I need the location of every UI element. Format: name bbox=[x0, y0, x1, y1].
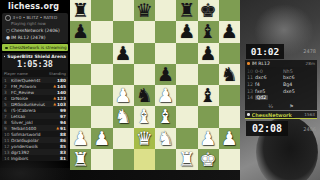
standings-rank: 5 bbox=[4, 102, 11, 107]
standings-row[interactable]: 6(S-)Cabrera99 bbox=[2, 107, 68, 113]
piece-white-p-e4[interactable]: ♟ bbox=[157, 86, 174, 105]
square-a4[interactable] bbox=[70, 85, 91, 106]
square-a7[interactable]: ♟ bbox=[70, 21, 91, 42]
piece-black-n-h5[interactable]: ♞ bbox=[221, 65, 238, 84]
square-c2[interactable] bbox=[113, 128, 134, 149]
move-white[interactable]: 0-0 bbox=[255, 69, 283, 74]
square-g7[interactable]: ♝ bbox=[198, 21, 219, 42]
standings-score: 81 bbox=[60, 156, 66, 161]
game-status-label: Playing right now bbox=[11, 21, 65, 26]
square-d2[interactable]: ♛ bbox=[134, 128, 155, 149]
standings-rank: 2 bbox=[4, 84, 11, 89]
standings-player-name: Silver_jokl bbox=[11, 120, 60, 125]
standings-player-name: dgr1392 bbox=[11, 150, 60, 155]
bottom-player-rating: 2406 bbox=[292, 126, 316, 132]
square-e4[interactable]: ♟ bbox=[155, 85, 176, 106]
square-d6[interactable] bbox=[134, 43, 155, 64]
standings-player-name: DrNoise bbox=[11, 96, 53, 101]
white-player-label: ChessNetwork (2406) bbox=[11, 28, 60, 33]
standings-row[interactable]: 14Ingibors81 bbox=[2, 155, 68, 161]
standings-rank: 11 bbox=[4, 138, 11, 143]
square-h3[interactable] bbox=[219, 106, 240, 127]
move-number: 14 bbox=[245, 95, 255, 100]
square-a1[interactable]: ♜ bbox=[70, 149, 91, 170]
standings-row[interactable]: 2FM_Potworx▲145 bbox=[2, 83, 68, 89]
square-e7[interactable] bbox=[155, 21, 176, 42]
piece-white-p-b2[interactable]: ♟ bbox=[93, 129, 110, 148]
move-row: 13fxe5dxe5 bbox=[245, 88, 317, 95]
standings-header-score: Standing bbox=[49, 71, 66, 76]
square-d1[interactable] bbox=[134, 149, 155, 170]
move-number: 13 bbox=[245, 89, 255, 94]
top-player-bar[interactable]: IM RL12 28m bbox=[245, 60, 317, 67]
standings-score: 123 bbox=[57, 96, 66, 101]
square-f8[interactable]: ♜ bbox=[176, 0, 197, 21]
square-g6[interactable]: ♟ bbox=[198, 43, 219, 64]
standings-score: 91 bbox=[60, 126, 66, 131]
piece-white-n-c3[interactable]: ♞ bbox=[115, 107, 132, 126]
square-a8[interactable]: ♜ bbox=[70, 0, 91, 21]
standings-row[interactable]: 4DrNoise▲123 bbox=[2, 95, 68, 101]
chess-board[interactable]: ♜♛♜♚♟♟♝♟♟♟♟♞♟♞♟♝♞♝♝♟♟♛♞♟♟♜♜♚ bbox=[70, 0, 240, 170]
standings-row[interactable]: 3FC_Review140 bbox=[2, 89, 68, 95]
square-b1[interactable] bbox=[91, 149, 112, 170]
bottom-player-bar[interactable]: ChessNetwork 1563 bbox=[245, 111, 317, 119]
standings-row[interactable]: 12yonderswolk85 bbox=[2, 143, 68, 149]
square-d3[interactable]: ♝ bbox=[134, 106, 155, 127]
square-e6[interactable] bbox=[155, 43, 176, 64]
square-f6[interactable] bbox=[176, 43, 197, 64]
standings-score: 85 bbox=[60, 144, 66, 149]
piece-black-b-g7[interactable]: ♝ bbox=[200, 22, 217, 41]
streak-flame-icon: ▲ bbox=[53, 84, 56, 88]
square-h7[interactable]: ♟ bbox=[219, 21, 240, 42]
square-c1[interactable] bbox=[113, 149, 134, 170]
standings-player-name: Terban1400 bbox=[11, 126, 56, 131]
standings-header: Player name Standing bbox=[2, 70, 68, 77]
square-h2[interactable]: ♟ bbox=[219, 128, 240, 149]
square-g4[interactable]: ♝ bbox=[198, 85, 219, 106]
square-c3[interactable]: ♞ bbox=[113, 106, 134, 127]
piece-white-p-a2[interactable]: ♟ bbox=[72, 129, 89, 148]
standings-row[interactable]: 8Silver_jokl94 bbox=[2, 119, 68, 125]
piece-black-p-a7[interactable]: ♟ bbox=[72, 22, 89, 41]
standings-rank: 6 bbox=[4, 108, 11, 113]
piece-black-b-g4[interactable]: ♝ bbox=[200, 86, 217, 105]
top-player-meta: 28m bbox=[306, 61, 315, 66]
square-b6[interactable] bbox=[91, 43, 112, 64]
move-black[interactable]: dxe5 bbox=[283, 89, 317, 94]
square-f3[interactable] bbox=[176, 106, 197, 127]
move-white[interactable]: fxe5 bbox=[255, 89, 283, 94]
standings-player-name: yonderswolk bbox=[11, 144, 60, 149]
piece-black-p-h7[interactable]: ♟ bbox=[221, 22, 238, 41]
top-player-dot-icon bbox=[247, 62, 250, 65]
piece-black-p-c6[interactable]: ♟ bbox=[115, 44, 132, 63]
time-control-clock-icon bbox=[5, 15, 11, 21]
bottom-player-name: ChessNetwork bbox=[252, 112, 305, 118]
standings-player-name: Ingibors bbox=[11, 156, 60, 161]
black-player-link[interactable]: ●IM RL12 (2478) bbox=[5, 35, 65, 42]
last-move-highlight: Qd2 bbox=[255, 95, 268, 100]
square-e8[interactable] bbox=[155, 0, 176, 21]
standings-rank: 12 bbox=[4, 144, 11, 149]
standings-score: 99 bbox=[60, 108, 66, 113]
standings-body: 1KillerQueen4t1802FM_Potworx▲1453FC_Revi… bbox=[2, 77, 68, 161]
piece-black-k-g8[interactable]: ♚ bbox=[200, 1, 217, 20]
square-c5[interactable] bbox=[113, 64, 134, 85]
move-number: 12 bbox=[245, 82, 255, 87]
square-c7[interactable] bbox=[113, 21, 134, 42]
standings-rank: 14 bbox=[4, 156, 11, 161]
move-row: 11dxc6bxc6 bbox=[245, 75, 317, 82]
square-e3[interactable]: ♝ bbox=[155, 106, 176, 127]
square-a3[interactable] bbox=[70, 106, 91, 127]
square-g2[interactable]: ♟ bbox=[198, 128, 219, 149]
standings-score: 88 bbox=[60, 132, 66, 137]
standings-header-player: Player name bbox=[4, 71, 28, 76]
square-d8[interactable]: ♛ bbox=[134, 0, 155, 21]
piece-white-r-f1[interactable]: ♜ bbox=[178, 150, 195, 169]
standings-player-name: (S-)Cabrera bbox=[11, 108, 60, 113]
square-h5[interactable]: ♞ bbox=[219, 64, 240, 85]
streak-flame-icon: ▲ bbox=[53, 96, 56, 100]
square-a5[interactable] bbox=[70, 64, 91, 85]
standings-row[interactable]: 10Sofmarsworld88 bbox=[2, 131, 68, 137]
square-h1[interactable] bbox=[219, 149, 240, 170]
square-b2[interactable]: ♟ bbox=[91, 128, 112, 149]
standings-rank: 13 bbox=[4, 150, 11, 155]
square-d5[interactable] bbox=[134, 64, 155, 85]
piece-white-p-c4[interactable]: ♟ bbox=[115, 86, 132, 105]
piece-black-r-f8[interactable]: ♜ bbox=[178, 1, 195, 20]
standings-table: Player name Standing 1KillerQueen4t1802F… bbox=[2, 70, 68, 161]
square-d4[interactable]: ♞ bbox=[134, 85, 155, 106]
standings-player-name: Sofmarsworld bbox=[11, 132, 60, 137]
standings-player-name: OranGupolar bbox=[11, 138, 60, 143]
resign-flag-icon[interactable]: ⚑ bbox=[289, 103, 293, 109]
move-row: 100-0Nh5 bbox=[245, 68, 317, 75]
streak-flame-icon: ▲ bbox=[53, 102, 56, 106]
standings-player-name: Letsao bbox=[11, 114, 60, 119]
piece-black-r-a8[interactable]: ♜ bbox=[72, 1, 89, 20]
square-h8[interactable] bbox=[219, 0, 240, 21]
bottom-player-meta: 1563 bbox=[304, 112, 315, 117]
move-row: 14Qd2 bbox=[245, 94, 317, 101]
game-controls: ½ ⚑ bbox=[245, 102, 317, 110]
square-d7[interactable] bbox=[134, 21, 155, 42]
move-number: 10 bbox=[245, 69, 255, 74]
standings-player-name: KillerQueen4t bbox=[11, 78, 57, 83]
square-f2[interactable] bbox=[176, 128, 197, 149]
standings-score: 83 bbox=[60, 150, 66, 155]
standings-row[interactable]: 13dgr139283 bbox=[2, 149, 68, 155]
square-e5[interactable]: ♟ bbox=[155, 64, 176, 85]
square-g8[interactable]: ♚ bbox=[198, 0, 219, 21]
move-row: 12f4Bg4 bbox=[245, 81, 317, 88]
piece-white-n-e2[interactable]: ♞ bbox=[157, 129, 174, 148]
square-b3[interactable] bbox=[91, 106, 112, 127]
square-c8[interactable] bbox=[113, 0, 134, 21]
move-black[interactable]: bxc6 bbox=[283, 75, 317, 80]
square-e2[interactable]: ♞ bbox=[155, 128, 176, 149]
draw-offer-icon[interactable]: ½ bbox=[268, 103, 273, 109]
piece-white-r-a1[interactable]: ♜ bbox=[72, 150, 89, 169]
square-g1[interactable]: ♚ bbox=[198, 149, 219, 170]
standings-rank: 4 bbox=[4, 96, 11, 101]
standings-score: 94 bbox=[60, 120, 66, 125]
standings-score: 97 bbox=[60, 114, 66, 119]
time-control-label: 3+0 • BLITZ • RATED bbox=[13, 15, 58, 20]
bottom-player-clock: 02:08 bbox=[246, 121, 288, 136]
streaming-banner-label: ChessNetwork is streaming bbox=[10, 45, 67, 50]
piece-white-b-e3[interactable]: ♝ bbox=[157, 107, 174, 126]
square-b7[interactable] bbox=[91, 21, 112, 42]
move-list: 100-0Nh511dxc6bxc612f4Bg413fxe5dxe514Qd2 bbox=[245, 67, 317, 102]
standings-rank: 7 bbox=[4, 114, 11, 119]
standings-rank: 10 bbox=[4, 132, 11, 137]
square-a2[interactable]: ♟ bbox=[70, 128, 91, 149]
square-h6[interactable] bbox=[219, 43, 240, 64]
standings-row[interactable]: 7Letsao97 bbox=[2, 113, 68, 119]
live-dot-icon bbox=[5, 47, 8, 50]
square-g3[interactable] bbox=[198, 106, 219, 127]
move-black[interactable]: Nh5 bbox=[283, 69, 317, 74]
standings-rank: 8 bbox=[4, 120, 11, 125]
piece-white-p-h2[interactable]: ♟ bbox=[221, 129, 238, 148]
piece-black-p-g6[interactable]: ♟ bbox=[200, 44, 217, 63]
black-player-label: IM RL12 (2478) bbox=[11, 35, 45, 40]
game-info-box: 3+0 • BLITZ • RATED Playing right now ○C… bbox=[2, 13, 68, 43]
square-h4[interactable] bbox=[219, 85, 240, 106]
move-white[interactable]: dxc6 bbox=[255, 75, 283, 80]
standings-rank: 9 bbox=[4, 126, 11, 131]
standings-score: 103 bbox=[57, 102, 66, 107]
standings-score: 86 bbox=[60, 138, 66, 143]
streak-flame-icon: ▲ bbox=[56, 126, 59, 130]
standings-player-name: FC_Review bbox=[11, 90, 57, 95]
square-f4[interactable] bbox=[176, 85, 197, 106]
move-black[interactable]: Bg4 bbox=[283, 82, 317, 87]
standings-score: 180 bbox=[57, 78, 66, 83]
piece-white-p-g2[interactable]: ♟ bbox=[200, 129, 217, 148]
piece-black-p-f7[interactable]: ♟ bbox=[178, 22, 195, 41]
square-c4[interactable]: ♟ bbox=[113, 85, 134, 106]
lichess-logo[interactable]: lichess.org bbox=[8, 2, 59, 11]
square-g5[interactable] bbox=[198, 64, 219, 85]
standings-rank: 3 bbox=[4, 90, 11, 95]
top-player-clock: 01:02 bbox=[246, 44, 284, 59]
square-a6[interactable] bbox=[70, 43, 91, 64]
move-white[interactable]: f4 bbox=[255, 82, 283, 87]
piece-white-k-g1[interactable]: ♚ bbox=[200, 150, 217, 169]
move-white[interactable]: Qd2 bbox=[255, 95, 283, 100]
standings-score: 145 bbox=[57, 84, 66, 89]
top-player-rating: 2478 bbox=[288, 48, 316, 54]
piece-black-q-d8[interactable]: ♛ bbox=[136, 1, 153, 20]
stream-frame: lichess.org 3+0 • BLITZ • RATED Playing … bbox=[0, 0, 320, 180]
piece-black-n-d4[interactable]: ♞ bbox=[136, 86, 153, 105]
square-e1[interactable] bbox=[155, 149, 176, 170]
standings-row[interactable]: 5DRGodunkevius▲103 bbox=[2, 101, 68, 107]
square-b5[interactable] bbox=[91, 64, 112, 85]
bottom-player-dot-icon bbox=[247, 113, 250, 116]
standings-player-name: FM_Potworx bbox=[11, 84, 53, 89]
square-b4[interactable] bbox=[91, 85, 112, 106]
piece-white-b-d3[interactable]: ♝ bbox=[136, 107, 153, 126]
standings-player-name: DRGodunkevius bbox=[11, 102, 53, 107]
tournament-timer: 1:05:38 bbox=[2, 59, 68, 70]
square-f1[interactable]: ♜ bbox=[176, 149, 197, 170]
square-c6[interactable]: ♟ bbox=[113, 43, 134, 64]
standings-row[interactable]: 1KillerQueen4t180 bbox=[2, 77, 68, 83]
standings-row[interactable]: 11OranGupolar86 bbox=[2, 137, 68, 143]
top-player-name: IM RL12 bbox=[252, 61, 306, 66]
streaming-banner[interactable]: ChessNetwork is streaming bbox=[2, 44, 68, 51]
square-f5[interactable] bbox=[176, 64, 197, 85]
piece-black-p-e5[interactable]: ♟ bbox=[157, 65, 174, 84]
standings-rank: 1 bbox=[4, 78, 11, 83]
standings-score: 140 bbox=[57, 90, 66, 95]
square-b8[interactable] bbox=[91, 0, 112, 21]
piece-white-q-d2[interactable]: ♛ bbox=[136, 129, 153, 148]
move-number: 11 bbox=[245, 75, 255, 80]
square-f7[interactable]: ♟ bbox=[176, 21, 197, 42]
